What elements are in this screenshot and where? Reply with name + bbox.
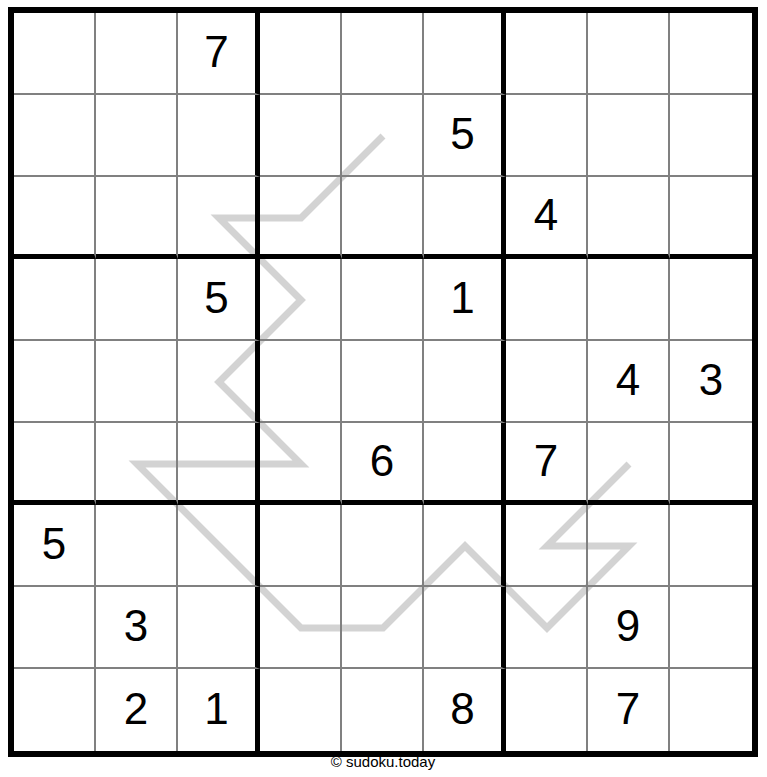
given-digit: 1 bbox=[204, 687, 228, 731]
cell-r8c8[interactable]: 9 bbox=[588, 587, 670, 669]
cell-r1c9[interactable] bbox=[670, 13, 752, 95]
cell-r9c2[interactable]: 2 bbox=[96, 669, 178, 751]
cell-r9c9[interactable] bbox=[670, 669, 752, 751]
sudoku-grid: 7545143675392187 bbox=[14, 13, 752, 751]
cell-r5c7[interactable] bbox=[506, 341, 588, 423]
cell-r5c4[interactable] bbox=[260, 341, 342, 423]
cell-r6c4[interactable] bbox=[260, 423, 342, 505]
given-digit: 2 bbox=[124, 687, 148, 731]
cell-r2c8[interactable] bbox=[588, 95, 670, 177]
cell-r9c8[interactable]: 7 bbox=[588, 669, 670, 751]
cell-r5c3[interactable] bbox=[178, 341, 260, 423]
cell-r8c7[interactable] bbox=[506, 587, 588, 669]
given-digit: 3 bbox=[124, 604, 148, 648]
cell-r2c6[interactable]: 5 bbox=[424, 95, 506, 177]
cell-r4c8[interactable] bbox=[588, 259, 670, 341]
cell-r3c9[interactable] bbox=[670, 177, 752, 259]
cell-r3c6[interactable] bbox=[424, 177, 506, 259]
cell-r5c8[interactable]: 4 bbox=[588, 341, 670, 423]
cell-r3c7[interactable]: 4 bbox=[506, 177, 588, 259]
cell-r2c1[interactable] bbox=[14, 95, 96, 177]
cell-r9c1[interactable] bbox=[14, 669, 96, 751]
cell-r9c5[interactable] bbox=[342, 669, 424, 751]
cell-r2c4[interactable] bbox=[260, 95, 342, 177]
cell-r1c5[interactable] bbox=[342, 13, 424, 95]
cell-r9c3[interactable]: 1 bbox=[178, 669, 260, 751]
cell-r6c5[interactable]: 6 bbox=[342, 423, 424, 505]
cell-r8c1[interactable] bbox=[14, 587, 96, 669]
cell-r2c3[interactable] bbox=[178, 95, 260, 177]
cell-r4c4[interactable] bbox=[260, 259, 342, 341]
cell-r1c3[interactable]: 7 bbox=[178, 13, 260, 95]
cell-r9c6[interactable]: 8 bbox=[424, 669, 506, 751]
cell-r2c2[interactable] bbox=[96, 95, 178, 177]
given-digit: 6 bbox=[370, 439, 394, 483]
given-digit: 7 bbox=[204, 30, 228, 74]
cell-r2c9[interactable] bbox=[670, 95, 752, 177]
cell-r5c1[interactable] bbox=[14, 341, 96, 423]
cell-r7c2[interactable] bbox=[96, 505, 178, 587]
cell-r7c3[interactable] bbox=[178, 505, 260, 587]
cell-r7c6[interactable] bbox=[424, 505, 506, 587]
cell-r6c7[interactable]: 7 bbox=[506, 423, 588, 505]
given-digit: 9 bbox=[616, 604, 640, 648]
cell-r2c5[interactable] bbox=[342, 95, 424, 177]
cell-r4c1[interactable] bbox=[14, 259, 96, 341]
given-digit: 3 bbox=[699, 358, 723, 402]
copyright-text: © sudoku.today bbox=[8, 753, 758, 770]
cell-r3c5[interactable] bbox=[342, 177, 424, 259]
cell-r8c5[interactable] bbox=[342, 587, 424, 669]
given-digit: 5 bbox=[204, 276, 228, 320]
cell-r7c5[interactable] bbox=[342, 505, 424, 587]
cell-r4c3[interactable]: 5 bbox=[178, 259, 260, 341]
given-digit: 7 bbox=[534, 439, 558, 483]
cell-r3c1[interactable] bbox=[14, 177, 96, 259]
cell-r6c2[interactable] bbox=[96, 423, 178, 505]
cell-r6c6[interactable] bbox=[424, 423, 506, 505]
cell-r4c2[interactable] bbox=[96, 259, 178, 341]
cell-r5c2[interactable] bbox=[96, 341, 178, 423]
cell-r1c2[interactable] bbox=[96, 13, 178, 95]
cell-r7c8[interactable] bbox=[588, 505, 670, 587]
cell-r4c6[interactable]: 1 bbox=[424, 259, 506, 341]
given-digit: 5 bbox=[450, 112, 474, 156]
cell-r8c3[interactable] bbox=[178, 587, 260, 669]
cell-r3c4[interactable] bbox=[260, 177, 342, 259]
cell-r1c1[interactable] bbox=[14, 13, 96, 95]
cell-r1c4[interactable] bbox=[260, 13, 342, 95]
cell-r1c6[interactable] bbox=[424, 13, 506, 95]
cell-r2c7[interactable] bbox=[506, 95, 588, 177]
cell-r9c4[interactable] bbox=[260, 669, 342, 751]
cell-r6c3[interactable] bbox=[178, 423, 260, 505]
cell-r4c5[interactable] bbox=[342, 259, 424, 341]
cell-r5c5[interactable] bbox=[342, 341, 424, 423]
cell-r7c1[interactable]: 5 bbox=[14, 505, 96, 587]
given-digit: 4 bbox=[534, 193, 558, 237]
given-digit: 5 bbox=[42, 522, 66, 566]
cell-r5c6[interactable] bbox=[424, 341, 506, 423]
cell-r1c8[interactable] bbox=[588, 13, 670, 95]
cell-r8c9[interactable] bbox=[670, 587, 752, 669]
cell-r8c4[interactable] bbox=[260, 587, 342, 669]
cell-r7c4[interactable] bbox=[260, 505, 342, 587]
cell-r4c7[interactable] bbox=[506, 259, 588, 341]
cell-r3c2[interactable] bbox=[96, 177, 178, 259]
cell-r6c1[interactable] bbox=[14, 423, 96, 505]
given-digit: 4 bbox=[616, 358, 640, 402]
cell-r3c3[interactable] bbox=[178, 177, 260, 259]
cell-r1c7[interactable] bbox=[506, 13, 588, 95]
sudoku-board: 7545143675392187 bbox=[8, 7, 758, 757]
given-digit: 7 bbox=[616, 687, 640, 731]
cell-r4c9[interactable] bbox=[670, 259, 752, 341]
cell-r7c9[interactable] bbox=[670, 505, 752, 587]
given-digit: 1 bbox=[450, 276, 474, 320]
cell-r8c2[interactable]: 3 bbox=[96, 587, 178, 669]
given-digit: 8 bbox=[450, 687, 474, 731]
cell-r8c6[interactable] bbox=[424, 587, 506, 669]
cell-r3c8[interactable] bbox=[588, 177, 670, 259]
cell-r5c9[interactable]: 3 bbox=[670, 341, 752, 423]
cell-r6c8[interactable] bbox=[588, 423, 670, 505]
cell-r9c7[interactable] bbox=[506, 669, 588, 751]
cell-r6c9[interactable] bbox=[670, 423, 752, 505]
cell-r7c7[interactable] bbox=[506, 505, 588, 587]
